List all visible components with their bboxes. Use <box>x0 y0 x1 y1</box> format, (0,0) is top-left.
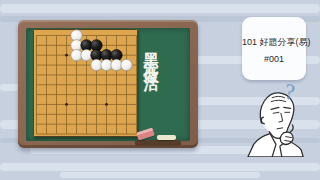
title-card: 101 好題分享(易) #001 <box>242 17 306 80</box>
chalk-icon <box>157 135 176 140</box>
title-card-number: #001 <box>242 54 306 64</box>
chalkboard-frame: 黑先做活 <box>18 20 198 148</box>
chalk-tray <box>135 140 181 146</box>
title-card-series: 101 好題分享(易) <box>242 36 306 49</box>
chalkboard-surface: 黑先做活 <box>26 28 190 141</box>
background-streak <box>0 163 320 171</box>
background-streak <box>0 4 320 13</box>
thumbnail-canvas: 黑先做活 101 好題分享(易) #001 <box>0 0 320 180</box>
thinking-man-icon <box>245 89 307 157</box>
background-streak <box>60 172 260 178</box>
go-board <box>33 29 138 137</box>
